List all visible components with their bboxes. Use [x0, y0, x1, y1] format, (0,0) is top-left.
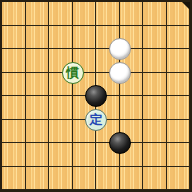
white-stone-F6 — [109, 62, 131, 84]
go-board[interactable]: 慣定 — [0, 0, 192, 192]
move-option-marker-E4[interactable]: 定 — [85, 109, 107, 131]
move-option-marker-D6[interactable]: 慣 — [62, 62, 84, 84]
go-app-screenshot: 慣定 — [0, 0, 192, 192]
black-stone-F3 — [109, 132, 131, 154]
white-stone-F7 — [109, 38, 131, 60]
pieces-layer: 慣定 — [2, 2, 190, 190]
black-stone-E5 — [85, 85, 107, 107]
